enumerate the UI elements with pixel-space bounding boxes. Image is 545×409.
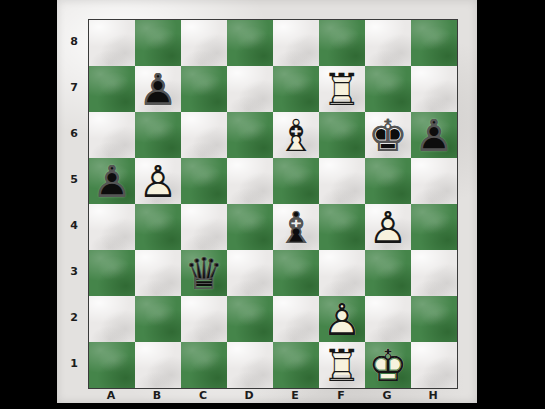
black-king-glyph-outline: ♔ xyxy=(365,112,411,158)
square-d8[interactable] xyxy=(227,20,273,66)
white-pawn-glyph-outline: ♙ xyxy=(365,204,411,250)
square-b5[interactable]: ♟♙ xyxy=(135,158,181,204)
rank-labels: 87654321 xyxy=(63,19,85,387)
square-c6[interactable] xyxy=(181,112,227,158)
square-g2[interactable] xyxy=(365,296,411,342)
square-e7[interactable] xyxy=(273,66,319,112)
white-rook-glyph-outline: ♖ xyxy=(319,66,365,112)
square-d3[interactable] xyxy=(227,250,273,296)
square-a3[interactable] xyxy=(89,250,135,296)
square-b6[interactable] xyxy=(135,112,181,158)
square-g3[interactable] xyxy=(365,250,411,296)
piece-white-king[interactable]: ♚♔ xyxy=(365,342,411,388)
square-e1[interactable] xyxy=(273,342,319,388)
square-g7[interactable] xyxy=(365,66,411,112)
white-pawn-glyph-outline: ♙ xyxy=(319,296,365,342)
piece-white-pawn[interactable]: ♟♙ xyxy=(319,296,365,342)
square-d6[interactable] xyxy=(227,112,273,158)
square-d7[interactable] xyxy=(227,66,273,112)
white-pawn-glyph-outline: ♙ xyxy=(135,158,181,204)
square-h8[interactable] xyxy=(411,20,457,66)
square-a5[interactable]: ♟♙ xyxy=(89,158,135,204)
file-label-d: D xyxy=(226,389,272,403)
square-b3[interactable] xyxy=(135,250,181,296)
square-d4[interactable] xyxy=(227,204,273,250)
black-pawn-glyph-outline: ♙ xyxy=(135,66,181,112)
rank-label-8: 8 xyxy=(63,19,85,65)
piece-black-bishop[interactable]: ♝♗ xyxy=(273,204,319,250)
piece-white-pawn[interactable]: ♟♙ xyxy=(135,158,181,204)
square-e2[interactable] xyxy=(273,296,319,342)
square-b8[interactable] xyxy=(135,20,181,66)
square-c2[interactable] xyxy=(181,296,227,342)
board-panel: 87654321 ♟♙♜♖♝♗♚♔♟♙♟♙♟♙♝♗♟♙♛♕♟♙♜♖♚♔ ABCD… xyxy=(57,0,477,403)
square-c3[interactable]: ♛♕ xyxy=(181,250,227,296)
square-a6[interactable] xyxy=(89,112,135,158)
square-g6[interactable]: ♚♔ xyxy=(365,112,411,158)
square-f2[interactable]: ♟♙ xyxy=(319,296,365,342)
file-label-f: F xyxy=(318,389,364,403)
square-g5[interactable] xyxy=(365,158,411,204)
rank-label-7: 7 xyxy=(63,65,85,111)
square-h1[interactable] xyxy=(411,342,457,388)
square-f4[interactable] xyxy=(319,204,365,250)
piece-white-pawn[interactable]: ♟♙ xyxy=(365,204,411,250)
square-a4[interactable] xyxy=(89,204,135,250)
piece-black-pawn[interactable]: ♟♙ xyxy=(411,112,457,158)
rank-label-5: 5 xyxy=(63,157,85,203)
square-e3[interactable] xyxy=(273,250,319,296)
file-label-g: G xyxy=(364,389,410,403)
black-pawn-glyph-outline: ♙ xyxy=(411,112,457,158)
white-rook-glyph-outline: ♖ xyxy=(319,342,365,388)
video-frame: 87654321 ♟♙♜♖♝♗♚♔♟♙♟♙♟♙♝♗♟♙♛♕♟♙♜♖♚♔ ABCD… xyxy=(0,0,545,409)
square-h2[interactable] xyxy=(411,296,457,342)
file-labels: ABCDEFGH xyxy=(88,389,456,403)
square-f1[interactable]: ♜♖ xyxy=(319,342,365,388)
file-label-b: B xyxy=(134,389,180,403)
piece-white-rook[interactable]: ♜♖ xyxy=(319,66,365,112)
rank-label-2: 2 xyxy=(63,295,85,341)
rank-label-4: 4 xyxy=(63,203,85,249)
square-b4[interactable] xyxy=(135,204,181,250)
square-h5[interactable] xyxy=(411,158,457,204)
rank-label-1: 1 xyxy=(63,341,85,387)
square-e4[interactable]: ♝♗ xyxy=(273,204,319,250)
black-pawn-glyph-outline: ♙ xyxy=(89,158,135,204)
square-b2[interactable] xyxy=(135,296,181,342)
square-g4[interactable]: ♟♙ xyxy=(365,204,411,250)
file-label-e: E xyxy=(272,389,318,403)
chess-board: ♟♙♜♖♝♗♚♔♟♙♟♙♟♙♝♗♟♙♛♕♟♙♜♖♚♔ xyxy=(88,19,458,389)
rank-label-6: 6 xyxy=(63,111,85,157)
file-label-c: C xyxy=(180,389,226,403)
piece-white-bishop[interactable]: ♝♗ xyxy=(273,112,319,158)
piece-black-pawn[interactable]: ♟♙ xyxy=(89,158,135,204)
square-b1[interactable] xyxy=(135,342,181,388)
square-c4[interactable] xyxy=(181,204,227,250)
square-f8[interactable] xyxy=(319,20,365,66)
square-f7[interactable]: ♜♖ xyxy=(319,66,365,112)
black-bishop-glyph-outline: ♗ xyxy=(273,204,319,250)
square-f6[interactable] xyxy=(319,112,365,158)
square-h6[interactable]: ♟♙ xyxy=(411,112,457,158)
white-king-glyph-outline: ♔ xyxy=(365,342,411,388)
square-g8[interactable] xyxy=(365,20,411,66)
piece-black-queen[interactable]: ♛♕ xyxy=(181,250,227,296)
file-label-h: H xyxy=(410,389,456,403)
square-f3[interactable] xyxy=(319,250,365,296)
piece-black-king[interactable]: ♚♔ xyxy=(365,112,411,158)
square-d5[interactable] xyxy=(227,158,273,204)
square-a1[interactable] xyxy=(89,342,135,388)
piece-white-rook[interactable]: ♜♖ xyxy=(319,342,365,388)
square-h3[interactable] xyxy=(411,250,457,296)
square-h4[interactable] xyxy=(411,204,457,250)
square-c7[interactable] xyxy=(181,66,227,112)
square-a8[interactable] xyxy=(89,20,135,66)
square-c8[interactable] xyxy=(181,20,227,66)
square-c1[interactable] xyxy=(181,342,227,388)
square-f5[interactable] xyxy=(319,158,365,204)
rank-label-3: 3 xyxy=(63,249,85,295)
file-label-a: A xyxy=(88,389,134,403)
black-queen-glyph-outline: ♕ xyxy=(181,250,227,296)
square-d1[interactable] xyxy=(227,342,273,388)
square-d2[interactable] xyxy=(227,296,273,342)
square-a7[interactable] xyxy=(89,66,135,112)
square-e8[interactable] xyxy=(273,20,319,66)
square-e6[interactable]: ♝♗ xyxy=(273,112,319,158)
square-e5[interactable] xyxy=(273,158,319,204)
square-b7[interactable]: ♟♙ xyxy=(135,66,181,112)
white-bishop-glyph-outline: ♗ xyxy=(273,112,319,158)
square-c5[interactable] xyxy=(181,158,227,204)
square-g1[interactable]: ♚♔ xyxy=(365,342,411,388)
piece-black-pawn[interactable]: ♟♙ xyxy=(135,66,181,112)
square-h7[interactable] xyxy=(411,66,457,112)
square-a2[interactable] xyxy=(89,296,135,342)
